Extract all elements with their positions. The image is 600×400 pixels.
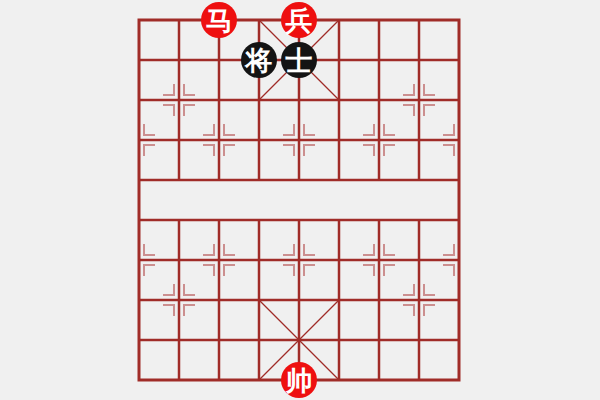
- board-point-f1r6[interactable]: [159, 240, 199, 280]
- board-point-f6r9[interactable]: [359, 360, 399, 400]
- board-point-f2r7[interactable]: [199, 280, 239, 320]
- board-point-f4r3[interactable]: [279, 120, 319, 160]
- board-point-f7r9[interactable]: [399, 360, 439, 400]
- board-point-f2r1[interactable]: [199, 40, 239, 80]
- board-point-f8r9[interactable]: [439, 360, 479, 400]
- board-point-f7r1[interactable]: [399, 40, 439, 80]
- board-point-f4r2[interactable]: [279, 80, 319, 120]
- board-point-f2r3[interactable]: [199, 120, 239, 160]
- board-point-f6r4[interactable]: [359, 160, 399, 200]
- board-point-f8r6[interactable]: [439, 240, 479, 280]
- board-point-f3r3[interactable]: [239, 120, 279, 160]
- board-point-f5r3[interactable]: [319, 120, 359, 160]
- board-point-f0r6[interactable]: [119, 240, 159, 280]
- board-point-f4r9[interactable]: 帅: [279, 360, 319, 400]
- board-point-f3r0[interactable]: [239, 0, 279, 40]
- board-point-f4r1[interactable]: 士: [279, 40, 319, 80]
- board-point-f8r2[interactable]: [439, 80, 479, 120]
- board-point-f3r8[interactable]: [239, 320, 279, 360]
- board-point-f6r1[interactable]: [359, 40, 399, 80]
- board-point-f0r4[interactable]: [119, 160, 159, 200]
- board-point-f2r5[interactable]: [199, 200, 239, 240]
- piece-red-general[interactable]: 帅: [281, 362, 317, 398]
- board-point-f4r5[interactable]: [279, 200, 319, 240]
- board-point-f0r7[interactable]: [119, 280, 159, 320]
- board-point-f6r8[interactable]: [359, 320, 399, 360]
- board-point-f8r4[interactable]: [439, 160, 479, 200]
- board-point-f3r9[interactable]: [239, 360, 279, 400]
- board-point-f4r6[interactable]: [279, 240, 319, 280]
- board-point-f6r6[interactable]: [359, 240, 399, 280]
- board-point-f3r2[interactable]: [239, 80, 279, 120]
- piece-red-soldier[interactable]: 兵: [281, 2, 317, 38]
- board-point-f5r0[interactable]: [319, 0, 359, 40]
- board-point-f3r5[interactable]: [239, 200, 279, 240]
- board-point-f8r0[interactable]: [439, 0, 479, 40]
- board-point-f2r0[interactable]: 马: [199, 0, 239, 40]
- board-point-f5r5[interactable]: [319, 200, 359, 240]
- board-point-f5r7[interactable]: [319, 280, 359, 320]
- board-point-f4r7[interactable]: [279, 280, 319, 320]
- board-point-f2r2[interactable]: [199, 80, 239, 120]
- board-point-f0r2[interactable]: [119, 80, 159, 120]
- board-point-f8r1[interactable]: [439, 40, 479, 80]
- board-point-f2r9[interactable]: [199, 360, 239, 400]
- board-point-f0r5[interactable]: [119, 200, 159, 240]
- board-point-f2r6[interactable]: [199, 240, 239, 280]
- board-point-f6r5[interactable]: [359, 200, 399, 240]
- board-point-f1r1[interactable]: [159, 40, 199, 80]
- board-point-f0r3[interactable]: [119, 120, 159, 160]
- board-point-f0r9[interactable]: [119, 360, 159, 400]
- xiangqi-board: 马兵将士帅: [0, 0, 600, 400]
- board-point-f3r7[interactable]: [239, 280, 279, 320]
- board-point-f1r2[interactable]: [159, 80, 199, 120]
- board-point-f5r1[interactable]: [319, 40, 359, 80]
- board-point-f7r2[interactable]: [399, 80, 439, 120]
- board-point-f5r4[interactable]: [319, 160, 359, 200]
- board-point-f1r3[interactable]: [159, 120, 199, 160]
- piece-black-advisor[interactable]: 士: [281, 42, 317, 78]
- board-point-f6r7[interactable]: [359, 280, 399, 320]
- board-point-f1r4[interactable]: [159, 160, 199, 200]
- board-point-f4r8[interactable]: [279, 320, 319, 360]
- board-point-f7r4[interactable]: [399, 160, 439, 200]
- board-point-f6r2[interactable]: [359, 80, 399, 120]
- board-point-f4r0[interactable]: 兵: [279, 0, 319, 40]
- board-point-f7r7[interactable]: [399, 280, 439, 320]
- board-point-f7r5[interactable]: [399, 200, 439, 240]
- board-point-f7r3[interactable]: [399, 120, 439, 160]
- board-point-f3r6[interactable]: [239, 240, 279, 280]
- board-point-f0r8[interactable]: [119, 320, 159, 360]
- board-point-f7r8[interactable]: [399, 320, 439, 360]
- board-point-f8r7[interactable]: [439, 280, 479, 320]
- board-point-f8r3[interactable]: [439, 120, 479, 160]
- board-point-f3r1[interactable]: 将: [239, 40, 279, 80]
- board-point-f2r4[interactable]: [199, 160, 239, 200]
- board-point-f1r7[interactable]: [159, 280, 199, 320]
- board-point-f7r6[interactable]: [399, 240, 439, 280]
- board-point-f0r1[interactable]: [119, 40, 159, 80]
- board-point-f1r8[interactable]: [159, 320, 199, 360]
- board-point-f3r4[interactable]: [239, 160, 279, 200]
- board-point-f4r4[interactable]: [279, 160, 319, 200]
- board-point-f6r0[interactable]: [359, 0, 399, 40]
- board-point-f5r2[interactable]: [319, 80, 359, 120]
- board-point-f5r9[interactable]: [319, 360, 359, 400]
- board-point-f0r0[interactable]: [119, 0, 159, 40]
- board-point-f5r8[interactable]: [319, 320, 359, 360]
- board-point-f5r6[interactable]: [319, 240, 359, 280]
- board-point-f6r3[interactable]: [359, 120, 399, 160]
- board-point-f8r8[interactable]: [439, 320, 479, 360]
- board-point-f8r5[interactable]: [439, 200, 479, 240]
- board-point-f1r9[interactable]: [159, 360, 199, 400]
- piece-black-general[interactable]: 将: [241, 42, 277, 78]
- piece-red-horse[interactable]: 马: [201, 2, 237, 38]
- board-points-grid: 马兵将士帅: [119, 0, 479, 400]
- board-point-f1r0[interactable]: [159, 0, 199, 40]
- board-point-f1r5[interactable]: [159, 200, 199, 240]
- board-point-f7r0[interactable]: [399, 0, 439, 40]
- board-point-f2r8[interactable]: [199, 320, 239, 360]
